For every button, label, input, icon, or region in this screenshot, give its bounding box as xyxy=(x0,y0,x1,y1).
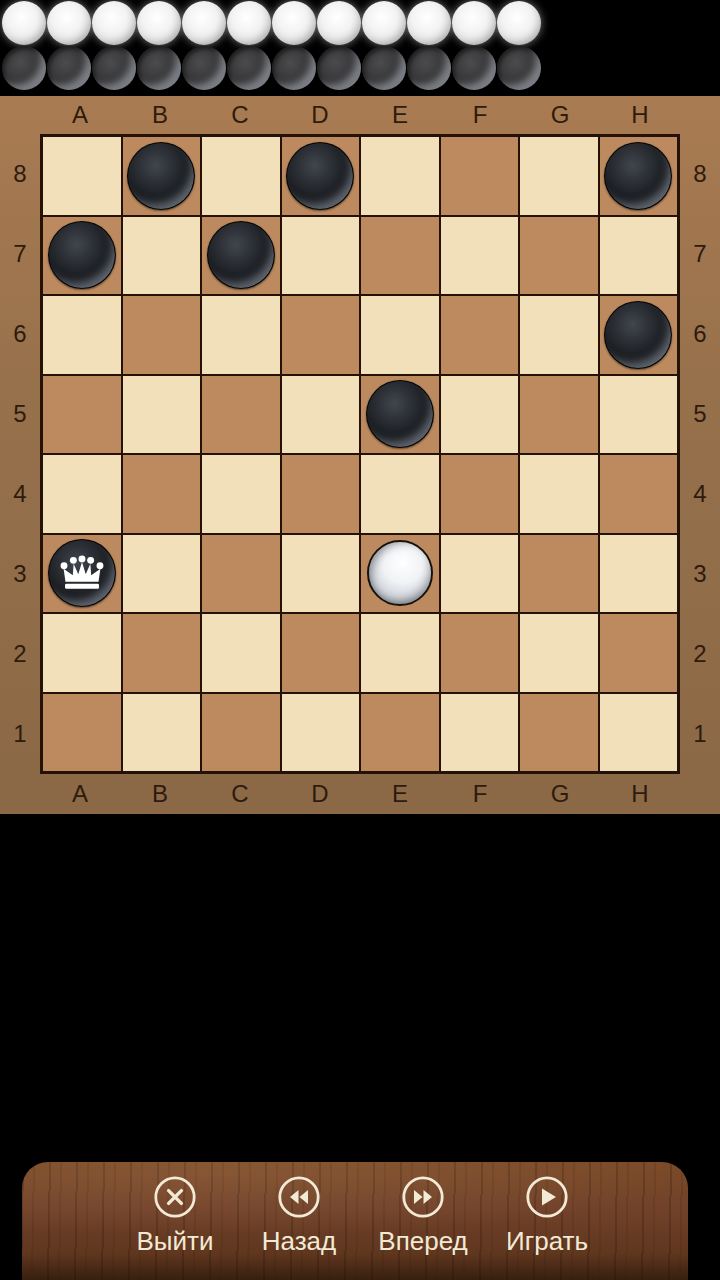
square-a5[interactable] xyxy=(42,375,122,455)
exit-button[interactable]: Выйти xyxy=(113,1175,237,1254)
square-d8[interactable] xyxy=(281,136,361,216)
square-b8[interactable] xyxy=(122,136,202,216)
tray-white-piece xyxy=(47,1,91,45)
tray-black-piece xyxy=(317,46,361,90)
file-label-f: F xyxy=(440,774,520,814)
rank-label-7: 7 xyxy=(0,214,40,294)
square-c1[interactable] xyxy=(201,693,281,773)
square-c6[interactable] xyxy=(201,295,281,375)
square-d2[interactable] xyxy=(281,613,361,693)
file-label-g: G xyxy=(520,774,600,814)
rank-label-1: 1 xyxy=(0,694,40,774)
square-c7[interactable] xyxy=(201,216,281,296)
play-button[interactable]: Играть xyxy=(485,1175,609,1254)
tray-black-piece xyxy=(227,46,271,90)
square-h3[interactable] xyxy=(599,534,679,614)
rank-label-5: 5 xyxy=(0,374,40,454)
square-f5[interactable] xyxy=(440,375,520,455)
rank-label-4: 4 xyxy=(680,454,720,534)
black-man[interactable] xyxy=(207,221,275,289)
tray-black-piece xyxy=(137,46,181,90)
rank-label-5: 5 xyxy=(680,374,720,454)
square-d3[interactable] xyxy=(281,534,361,614)
square-h7[interactable] xyxy=(599,216,679,296)
square-a3[interactable] xyxy=(42,534,122,614)
rank-label-7: 7 xyxy=(680,214,720,294)
square-a7[interactable] xyxy=(42,216,122,296)
square-a8[interactable] xyxy=(42,136,122,216)
square-g6[interactable] xyxy=(519,295,599,375)
king-crown-icon xyxy=(59,554,105,592)
square-b3[interactable] xyxy=(122,534,202,614)
tray-white-piece xyxy=(317,1,361,45)
file-label-d: D xyxy=(280,96,360,134)
square-e7[interactable] xyxy=(360,216,440,296)
black-king[interactable] xyxy=(48,539,116,607)
file-label-a: A xyxy=(40,96,120,134)
back-label: Назад xyxy=(262,1228,337,1254)
square-c5[interactable] xyxy=(201,375,281,455)
square-g4[interactable] xyxy=(519,454,599,534)
tray-white-piece xyxy=(497,1,541,45)
file-label-c: C xyxy=(200,96,280,134)
square-c3[interactable] xyxy=(201,534,281,614)
board: ABCDEFGH 87654321 87654321 ABCDEFGH xyxy=(0,96,720,814)
square-a4[interactable] xyxy=(42,454,122,534)
rank-label-6: 6 xyxy=(0,294,40,374)
white-man[interactable] xyxy=(367,540,433,606)
square-a6[interactable] xyxy=(42,295,122,375)
tray-black-piece xyxy=(2,46,46,90)
tray-white-piece xyxy=(452,1,496,45)
square-c2[interactable] xyxy=(201,613,281,693)
square-d7[interactable] xyxy=(281,216,361,296)
square-f8[interactable] xyxy=(440,136,520,216)
square-c8[interactable] xyxy=(201,136,281,216)
tray-white-piece xyxy=(137,1,181,45)
square-h5[interactable] xyxy=(599,375,679,455)
tray-white-piece xyxy=(407,1,451,45)
black-man[interactable] xyxy=(127,142,195,210)
square-g3[interactable] xyxy=(519,534,599,614)
square-d4[interactable] xyxy=(281,454,361,534)
tray-black-piece xyxy=(92,46,136,90)
close-icon xyxy=(153,1175,197,1219)
rank-label-8: 8 xyxy=(0,134,40,214)
tray-white-piece xyxy=(272,1,316,45)
play-label: Играть xyxy=(506,1228,588,1254)
square-g8[interactable] xyxy=(519,136,599,216)
square-e4[interactable] xyxy=(360,454,440,534)
square-d6[interactable] xyxy=(281,295,361,375)
checkers-app-screen: { "game": "checkers", "variant": "Russia… xyxy=(0,0,720,1280)
square-e1[interactable] xyxy=(360,693,440,773)
square-f2[interactable] xyxy=(440,613,520,693)
tray-white-piece xyxy=(182,1,226,45)
black-man[interactable] xyxy=(604,142,672,210)
square-b6[interactable] xyxy=(122,295,202,375)
file-label-h: H xyxy=(600,774,680,814)
tray-white-piece xyxy=(362,1,406,45)
square-b4[interactable] xyxy=(122,454,202,534)
file-label-b: B xyxy=(120,96,200,134)
square-g2[interactable] xyxy=(519,613,599,693)
rank-label-3: 3 xyxy=(680,534,720,614)
rank-label-6: 6 xyxy=(680,294,720,374)
square-a1[interactable] xyxy=(42,693,122,773)
forward-label: Вперед xyxy=(378,1228,467,1254)
black-man[interactable] xyxy=(48,221,116,289)
rank-label-2: 2 xyxy=(0,614,40,694)
file-label-e: E xyxy=(360,774,440,814)
file-labels-bottom: ABCDEFGH xyxy=(40,774,680,814)
square-e5[interactable] xyxy=(360,375,440,455)
play-icon xyxy=(525,1175,569,1219)
square-g5[interactable] xyxy=(519,375,599,455)
rewind-icon xyxy=(277,1175,321,1219)
black-man[interactable] xyxy=(286,142,354,210)
file-label-g: G xyxy=(520,96,600,134)
fast-forward-icon xyxy=(401,1175,445,1219)
file-label-c: C xyxy=(200,774,280,814)
tray-black-piece xyxy=(497,46,541,90)
square-b7[interactable] xyxy=(122,216,202,296)
square-f7[interactable] xyxy=(440,216,520,296)
black-man[interactable] xyxy=(604,301,672,369)
square-h6[interactable] xyxy=(599,295,679,375)
tray-white-piece xyxy=(92,1,136,45)
file-label-h: H xyxy=(600,96,680,134)
square-e3[interactable] xyxy=(360,534,440,614)
toolbar: Выйти Назад Вперед Играть xyxy=(22,1162,688,1280)
square-b1[interactable] xyxy=(122,693,202,773)
square-b5[interactable] xyxy=(122,375,202,455)
square-e6[interactable] xyxy=(360,295,440,375)
rank-label-8: 8 xyxy=(680,134,720,214)
rank-label-2: 2 xyxy=(680,614,720,694)
square-d1[interactable] xyxy=(281,693,361,773)
file-label-f: F xyxy=(440,96,520,134)
square-e8[interactable] xyxy=(360,136,440,216)
tray-white-piece xyxy=(2,1,46,45)
file-label-b: B xyxy=(120,774,200,814)
tray-black-piece xyxy=(362,46,406,90)
file-label-a: A xyxy=(40,774,120,814)
square-h8[interactable] xyxy=(599,136,679,216)
rank-label-4: 4 xyxy=(0,454,40,534)
file-labels-top: ABCDEFGH xyxy=(40,96,680,134)
black-man[interactable] xyxy=(366,380,434,448)
square-g1[interactable] xyxy=(519,693,599,773)
square-f4[interactable] xyxy=(440,454,520,534)
square-b2[interactable] xyxy=(122,613,202,693)
square-g7[interactable] xyxy=(519,216,599,296)
tray-black-piece xyxy=(272,46,316,90)
square-h1[interactable] xyxy=(599,693,679,773)
board-grid xyxy=(40,134,680,774)
square-f3[interactable] xyxy=(440,534,520,614)
rank-label-3: 3 xyxy=(0,534,40,614)
file-label-d: D xyxy=(280,774,360,814)
rank-label-1: 1 xyxy=(680,694,720,774)
square-e2[interactable] xyxy=(360,613,440,693)
forward-button[interactable]: Вперед xyxy=(361,1175,485,1254)
exit-label: Выйти xyxy=(137,1228,214,1254)
tray-black-piece xyxy=(182,46,226,90)
square-f1[interactable] xyxy=(440,693,520,773)
rank-labels-right: 87654321 xyxy=(680,134,720,774)
square-f6[interactable] xyxy=(440,295,520,375)
tray-black-piece xyxy=(47,46,91,90)
square-d5[interactable] xyxy=(281,375,361,455)
black-tray-row xyxy=(2,46,541,90)
square-h4[interactable] xyxy=(599,454,679,534)
square-c4[interactable] xyxy=(201,454,281,534)
tray-black-piece xyxy=(452,46,496,90)
file-label-e: E xyxy=(360,96,440,134)
tray-black-piece xyxy=(407,46,451,90)
square-a2[interactable] xyxy=(42,613,122,693)
back-button[interactable]: Назад xyxy=(237,1175,361,1254)
tray-white-piece xyxy=(227,1,271,45)
white-tray-row xyxy=(2,1,541,45)
square-h2[interactable] xyxy=(599,613,679,693)
rank-labels-left: 87654321 xyxy=(0,134,40,774)
